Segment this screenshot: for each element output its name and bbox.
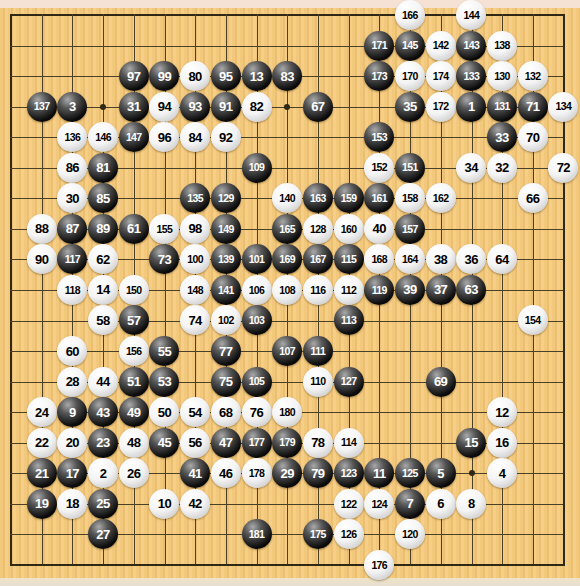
stone-168: 168	[364, 244, 394, 274]
stone-98: 98	[180, 214, 210, 244]
stone-136: 136	[57, 122, 87, 152]
stone-44: 44	[88, 367, 118, 397]
stone-114: 114	[334, 428, 364, 458]
stone-21: 21	[27, 458, 57, 488]
stone-86: 86	[57, 153, 87, 183]
stone-61: 61	[119, 214, 149, 244]
stone-14: 14	[88, 275, 118, 305]
stone-88: 88	[27, 214, 57, 244]
stone-125: 125	[395, 458, 425, 488]
go-diagram-window: 1661441711451421431389799809513831731701…	[0, 0, 580, 586]
stone-176: 176	[364, 550, 394, 580]
stone-134: 134	[548, 92, 578, 122]
stone-82: 82	[242, 92, 272, 122]
stone-178: 178	[242, 458, 272, 488]
stone-63: 63	[456, 275, 486, 305]
stone-103: 103	[242, 305, 272, 335]
stone-10: 10	[149, 489, 179, 519]
stone-99: 99	[149, 61, 179, 91]
stone-160: 160	[334, 214, 364, 244]
stone-101: 101	[242, 244, 272, 274]
stone-68: 68	[211, 397, 241, 427]
stone-45: 45	[149, 428, 179, 458]
stone-56: 56	[180, 428, 210, 458]
stone-140: 140	[272, 183, 302, 213]
stone-40: 40	[364, 214, 394, 244]
stone-169: 169	[272, 244, 302, 274]
stone-27: 27	[88, 519, 118, 549]
stone-120: 120	[395, 519, 425, 549]
stone-119: 119	[364, 275, 394, 305]
stone-36: 36	[456, 244, 486, 274]
stone-58: 58	[88, 305, 118, 335]
stone-177: 177	[242, 428, 272, 458]
stone-38: 38	[426, 244, 456, 274]
stone-161: 161	[364, 183, 394, 213]
stone-47: 47	[211, 428, 241, 458]
stone-150: 150	[119, 275, 149, 305]
stone-8: 8	[456, 489, 486, 519]
stone-97: 97	[119, 61, 149, 91]
stone-95: 95	[211, 61, 241, 91]
stone-6: 6	[426, 489, 456, 519]
stone-15: 15	[456, 428, 486, 458]
stone-127: 127	[334, 367, 364, 397]
stone-53: 53	[149, 367, 179, 397]
stone-132: 132	[518, 61, 548, 91]
stone-118: 118	[57, 275, 87, 305]
stone-162: 162	[426, 183, 456, 213]
stone-94: 94	[149, 92, 179, 122]
stone-180: 180	[272, 397, 302, 427]
stone-60: 60	[57, 336, 87, 366]
stone-51: 51	[119, 367, 149, 397]
stone-143: 143	[456, 31, 486, 61]
stone-144: 144	[456, 0, 486, 30]
stone-159: 159	[334, 183, 364, 213]
stone-171: 171	[364, 31, 394, 61]
stone-175: 175	[303, 519, 333, 549]
stone-30: 30	[57, 183, 87, 213]
stone-78: 78	[303, 428, 333, 458]
stone-173: 173	[364, 61, 394, 91]
stone-49: 49	[119, 397, 149, 427]
stone-33: 33	[487, 122, 517, 152]
stone-1: 1	[456, 92, 486, 122]
stone-48: 48	[119, 428, 149, 458]
stone-156: 156	[119, 336, 149, 366]
stone-122: 122	[334, 489, 364, 519]
stone-7: 7	[395, 489, 425, 519]
stone-19: 19	[27, 489, 57, 519]
stone-28: 28	[57, 367, 87, 397]
stone-31: 31	[119, 92, 149, 122]
stone-117: 117	[57, 244, 87, 274]
stone-69: 69	[426, 367, 456, 397]
stone-131: 131	[487, 92, 517, 122]
stone-89: 89	[88, 214, 118, 244]
stone-145: 145	[395, 31, 425, 61]
stone-93: 93	[180, 92, 210, 122]
stone-42: 42	[180, 489, 210, 519]
stone-126: 126	[334, 519, 364, 549]
stone-142: 142	[426, 31, 456, 61]
bottom-margin	[0, 578, 580, 586]
stone-100: 100	[180, 244, 210, 274]
stone-57: 57	[119, 305, 149, 335]
stone-24: 24	[27, 397, 57, 427]
stone-135: 135	[180, 183, 210, 213]
stone-174: 174	[426, 61, 456, 91]
stone-81: 81	[88, 153, 118, 183]
stone-90: 90	[27, 244, 57, 274]
stone-16: 16	[487, 428, 517, 458]
stone-83: 83	[272, 61, 302, 91]
stone-106: 106	[242, 275, 272, 305]
stone-112: 112	[334, 275, 364, 305]
stone-71: 71	[518, 92, 548, 122]
stone-158: 158	[395, 183, 425, 213]
stone-76: 76	[242, 397, 272, 427]
stone-13: 13	[242, 61, 272, 91]
stone-9: 9	[57, 397, 87, 427]
stone-4: 4	[487, 458, 517, 488]
stone-167: 167	[303, 244, 333, 274]
stone-133: 133	[456, 61, 486, 91]
stone-105: 105	[242, 367, 272, 397]
stone-148: 148	[180, 275, 210, 305]
stone-146: 146	[88, 122, 118, 152]
stone-32: 32	[487, 153, 517, 183]
stone-137: 137	[27, 92, 57, 122]
stone-102: 102	[211, 305, 241, 335]
stone-43: 43	[88, 397, 118, 427]
stone-123: 123	[334, 458, 364, 488]
stone-29: 29	[272, 458, 302, 488]
stone-34: 34	[456, 153, 486, 183]
stone-62: 62	[88, 244, 118, 274]
stone-3: 3	[57, 92, 87, 122]
stone-25: 25	[88, 489, 118, 519]
stone-116: 116	[303, 275, 333, 305]
stones-layer: 1661441711451421431389799809513831731701…	[0, 0, 579, 580]
stone-109: 109	[242, 153, 272, 183]
stone-130: 130	[487, 61, 517, 91]
stone-91: 91	[211, 92, 241, 122]
stone-147: 147	[119, 122, 149, 152]
stone-22: 22	[27, 428, 57, 458]
go-board[interactable]: 1661441711451421431389799809513831731701…	[0, 8, 580, 578]
stone-110: 110	[303, 367, 333, 397]
stone-141: 141	[211, 275, 241, 305]
stone-138: 138	[487, 31, 517, 61]
stone-11: 11	[364, 458, 394, 488]
stone-87: 87	[57, 214, 87, 244]
stone-64: 64	[487, 244, 517, 274]
stone-75: 75	[211, 367, 241, 397]
stone-2: 2	[88, 458, 118, 488]
stone-12: 12	[487, 397, 517, 427]
stone-155: 155	[149, 214, 179, 244]
stone-46: 46	[211, 458, 241, 488]
stone-37: 37	[426, 275, 456, 305]
stone-20: 20	[57, 428, 87, 458]
stone-54: 54	[180, 397, 210, 427]
stone-96: 96	[149, 122, 179, 152]
stone-157: 157	[395, 214, 425, 244]
stone-66: 66	[518, 183, 548, 213]
stone-84: 84	[180, 122, 210, 152]
stone-73: 73	[149, 244, 179, 274]
stone-5: 5	[426, 458, 456, 488]
stone-92: 92	[211, 122, 241, 152]
stone-80: 80	[180, 61, 210, 91]
stone-18: 18	[57, 489, 87, 519]
stone-163: 163	[303, 183, 333, 213]
stone-111: 111	[303, 336, 333, 366]
stone-55: 55	[149, 336, 179, 366]
stone-179: 179	[272, 428, 302, 458]
stone-152: 152	[364, 153, 394, 183]
stone-128: 128	[303, 214, 333, 244]
stone-154: 154	[518, 305, 548, 335]
stone-164: 164	[395, 244, 425, 274]
stone-50: 50	[149, 397, 179, 427]
stone-67: 67	[303, 92, 333, 122]
stone-108: 108	[272, 275, 302, 305]
stone-26: 26	[119, 458, 149, 488]
stone-172: 172	[426, 92, 456, 122]
stone-115: 115	[334, 244, 364, 274]
stone-124: 124	[364, 489, 394, 519]
stone-149: 149	[211, 214, 241, 244]
stone-41: 41	[180, 458, 210, 488]
stone-181: 181	[242, 519, 272, 549]
stone-113: 113	[334, 305, 364, 335]
stone-79: 79	[303, 458, 333, 488]
stone-17: 17	[57, 458, 87, 488]
stone-153: 153	[364, 122, 394, 152]
stone-74: 74	[180, 305, 210, 335]
stone-72: 72	[548, 153, 578, 183]
stone-35: 35	[395, 92, 425, 122]
stone-70: 70	[518, 122, 548, 152]
stone-129: 129	[211, 183, 241, 213]
stone-166: 166	[395, 0, 425, 30]
stone-23: 23	[88, 428, 118, 458]
stone-107: 107	[272, 336, 302, 366]
stone-85: 85	[88, 183, 118, 213]
stone-151: 151	[395, 153, 425, 183]
stone-77: 77	[211, 336, 241, 366]
stone-170: 170	[395, 61, 425, 91]
stone-39: 39	[395, 275, 425, 305]
stone-139: 139	[211, 244, 241, 274]
stone-165: 165	[272, 214, 302, 244]
